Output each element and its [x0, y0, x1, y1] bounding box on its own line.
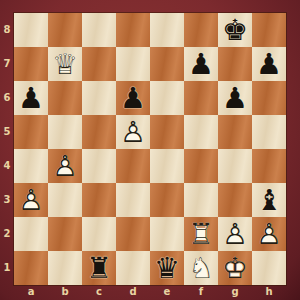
black-pawn-a6: ♟ [14, 81, 48, 115]
white-piece-outline: ♖ [184, 217, 218, 251]
square-b2[interactable] [48, 217, 82, 251]
black-pawn-d6: ♟ [116, 81, 150, 115]
rank-label-8: 8 [0, 13, 14, 47]
square-c4[interactable] [82, 149, 116, 183]
square-c2[interactable] [82, 217, 116, 251]
black-king-g8: ♚ [218, 13, 252, 47]
square-h2[interactable]: ♟♙ [252, 217, 286, 251]
white-king-g1: ♚♔ [218, 251, 252, 285]
white-piece-outline: ♙ [48, 149, 82, 183]
square-b8[interactable] [48, 13, 82, 47]
file-label-a: a [14, 284, 48, 300]
square-g6[interactable]: ♟ [218, 81, 252, 115]
square-d5[interactable]: ♟♙ [116, 115, 150, 149]
square-e2[interactable] [150, 217, 184, 251]
square-h8[interactable] [252, 13, 286, 47]
square-a6[interactable]: ♟ [14, 81, 48, 115]
white-piece-outline: ♘ [184, 251, 218, 285]
white-knight-f1: ♞♘ [184, 251, 218, 285]
square-b1[interactable] [48, 251, 82, 285]
square-f7[interactable]: ♟ [184, 47, 218, 81]
square-e5[interactable] [150, 115, 184, 149]
rank-label-1: 1 [0, 251, 14, 285]
square-g8[interactable]: ♚ [218, 13, 252, 47]
black-pawn-f7: ♟ [184, 47, 218, 81]
square-b6[interactable] [48, 81, 82, 115]
square-c6[interactable] [82, 81, 116, 115]
black-pawn-h7: ♟ [252, 47, 286, 81]
square-b5[interactable] [48, 115, 82, 149]
file-labels: abcdefgh [14, 284, 286, 300]
square-h5[interactable] [252, 115, 286, 149]
black-pawn-g6: ♟ [218, 81, 252, 115]
square-g1[interactable]: ♚♔ [218, 251, 252, 285]
square-d3[interactable] [116, 183, 150, 217]
square-f6[interactable] [184, 81, 218, 115]
black-queen-e1: ♛ [150, 251, 184, 285]
square-c7[interactable] [82, 47, 116, 81]
white-pawn-h2: ♟♙ [252, 217, 286, 251]
white-rook-f2: ♜♖ [184, 217, 218, 251]
white-pawn-d5: ♟♙ [116, 115, 150, 149]
square-a2[interactable] [14, 217, 48, 251]
white-pawn-a3: ♟♙ [14, 183, 48, 217]
square-d6[interactable]: ♟ [116, 81, 150, 115]
square-g7[interactable] [218, 47, 252, 81]
square-d8[interactable] [116, 13, 150, 47]
square-a8[interactable] [14, 13, 48, 47]
square-f5[interactable] [184, 115, 218, 149]
white-piece-outline: ♙ [14, 183, 48, 217]
square-d7[interactable] [116, 47, 150, 81]
white-piece-outline: ♙ [252, 217, 286, 251]
square-b3[interactable] [48, 183, 82, 217]
square-e1[interactable]: ♛ [150, 251, 184, 285]
square-a1[interactable] [14, 251, 48, 285]
black-bishop-h3: ♝ [252, 183, 286, 217]
white-piece-outline: ♙ [116, 115, 150, 149]
file-label-c: c [82, 284, 116, 300]
square-f4[interactable] [184, 149, 218, 183]
rank-label-3: 3 [0, 183, 14, 217]
chess-board: ♚♛♕♟♟♟♟♟♟♙♟♙♟♙♝♜♖♟♙♟♙♜♛♞♘♚♔ [14, 13, 286, 285]
square-h3[interactable]: ♝ [252, 183, 286, 217]
square-d2[interactable] [116, 217, 150, 251]
file-label-d: d [116, 284, 150, 300]
square-d1[interactable] [116, 251, 150, 285]
square-e7[interactable] [150, 47, 184, 81]
white-pawn-b4: ♟♙ [48, 149, 82, 183]
square-a4[interactable] [14, 149, 48, 183]
square-g5[interactable] [218, 115, 252, 149]
square-h6[interactable] [252, 81, 286, 115]
square-b4[interactable]: ♟♙ [48, 149, 82, 183]
white-pawn-g2: ♟♙ [218, 217, 252, 251]
square-a7[interactable] [14, 47, 48, 81]
square-g4[interactable] [218, 149, 252, 183]
square-c8[interactable] [82, 13, 116, 47]
square-e6[interactable] [150, 81, 184, 115]
file-label-h: h [252, 284, 286, 300]
square-f1[interactable]: ♞♘ [184, 251, 218, 285]
rank-label-7: 7 [0, 47, 14, 81]
square-e3[interactable] [150, 183, 184, 217]
square-f8[interactable] [184, 13, 218, 47]
square-f3[interactable] [184, 183, 218, 217]
rank-labels: 87654321 [0, 13, 14, 285]
square-h7[interactable]: ♟ [252, 47, 286, 81]
square-g3[interactable] [218, 183, 252, 217]
white-piece-outline: ♙ [218, 217, 252, 251]
white-piece-outline: ♕ [48, 47, 82, 81]
rank-label-4: 4 [0, 149, 14, 183]
square-c5[interactable] [82, 115, 116, 149]
square-c3[interactable] [82, 183, 116, 217]
square-h4[interactable] [252, 149, 286, 183]
black-rook-c1: ♜ [82, 251, 116, 285]
file-label-g: g [218, 284, 252, 300]
chessboard-scene: ♚♛♕♟♟♟♟♟♟♙♟♙♟♙♝♜♖♟♙♟♙♜♛♞♘♚♔ 87654321 abc… [0, 0, 300, 300]
white-queen-b7: ♛♕ [48, 47, 82, 81]
file-label-b: b [48, 284, 82, 300]
file-label-e: e [150, 284, 184, 300]
square-e8[interactable] [150, 13, 184, 47]
file-label-f: f [184, 284, 218, 300]
square-b7[interactable]: ♛♕ [48, 47, 82, 81]
square-h1[interactable] [252, 251, 286, 285]
white-piece-outline: ♔ [218, 251, 252, 285]
square-a5[interactable] [14, 115, 48, 149]
square-c1[interactable]: ♜ [82, 251, 116, 285]
square-g2[interactable]: ♟♙ [218, 217, 252, 251]
rank-label-5: 5 [0, 115, 14, 149]
square-f2[interactable]: ♜♖ [184, 217, 218, 251]
square-e4[interactable] [150, 149, 184, 183]
square-a3[interactable]: ♟♙ [14, 183, 48, 217]
rank-label-6: 6 [0, 81, 14, 115]
rank-label-2: 2 [0, 217, 14, 251]
square-d4[interactable] [116, 149, 150, 183]
